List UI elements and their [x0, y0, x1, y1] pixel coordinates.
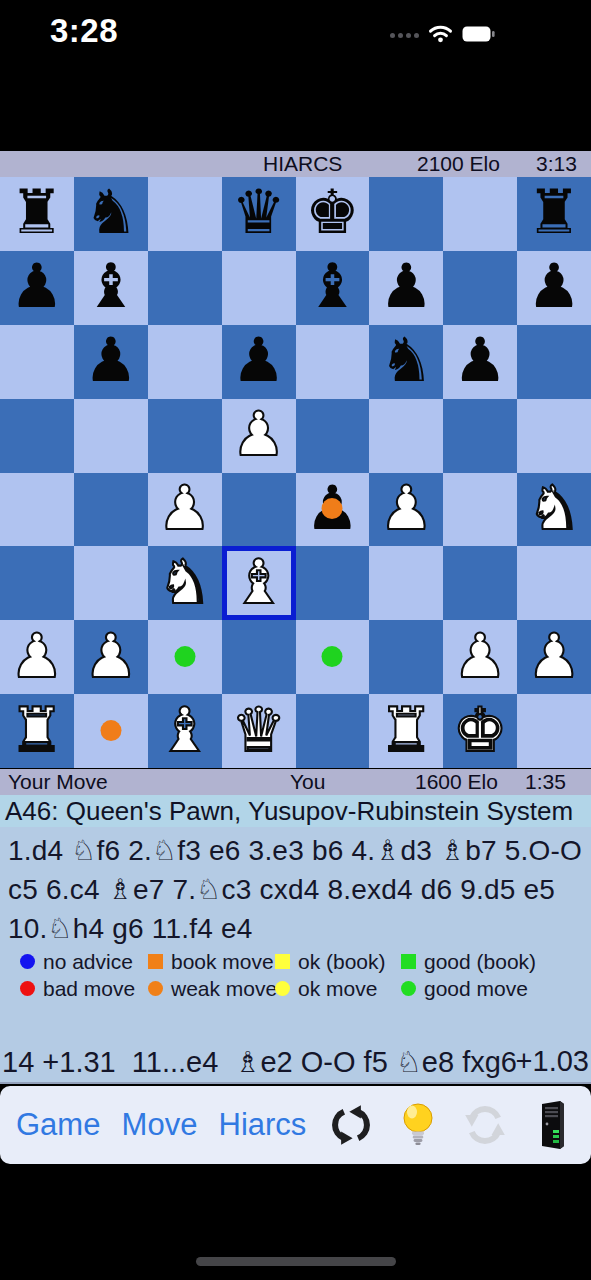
analysis-pv: 14 +1.31 11...e4 ♗e2 O-O f5 ♘e8 fxg6 hxg… — [2, 1045, 516, 1079]
battery-icon — [462, 26, 495, 46]
white-pawn: ♟ — [157, 477, 212, 538]
square-h8[interactable]: ♜ — [517, 177, 591, 251]
square-b6[interactable]: ♟ — [74, 325, 148, 399]
legend-item-ok-move: ok move — [275, 975, 401, 1002]
square-e3[interactable] — [296, 546, 370, 620]
square-g5[interactable] — [443, 399, 517, 473]
square-a4[interactable] — [0, 473, 74, 547]
square-g8[interactable] — [443, 177, 517, 251]
legend-square-marker — [401, 954, 416, 969]
chess-board: ♜♞♛♚♜♟♝♝♟♟♟♟♞♟♟♟♟♟♞♞♝♟♟♟♟♜♝♛♜♚ — [0, 177, 591, 768]
white-pawn: ♟ — [83, 625, 138, 686]
legend-label: bad move — [43, 977, 135, 1001]
square-d7[interactable] — [222, 251, 296, 325]
legend-circle-marker — [20, 981, 35, 996]
legend-circle-marker — [275, 981, 290, 996]
black-pawn: ♟ — [379, 255, 434, 316]
opponent-name: HIARCS — [263, 152, 342, 176]
legend-square-marker — [275, 954, 290, 969]
square-b2[interactable]: ♟ — [74, 620, 148, 694]
square-f6[interactable]: ♞ — [369, 325, 443, 399]
legend-label: weak move — [171, 977, 277, 1001]
turn-status: Your Move — [8, 770, 108, 794]
black-queen: ♛ — [231, 181, 286, 242]
square-a6[interactable] — [0, 325, 74, 399]
redo-disabled-icon[interactable] — [462, 1102, 508, 1148]
black-rook: ♜ — [527, 181, 582, 242]
white-knight: ♞ — [157, 551, 212, 612]
square-g7[interactable] — [443, 251, 517, 325]
advice-dot-weak-move — [322, 499, 343, 520]
legend-label: ok move — [298, 977, 377, 1001]
square-d1[interactable]: ♛ — [222, 694, 296, 768]
square-g3[interactable] — [443, 546, 517, 620]
square-b5[interactable] — [74, 399, 148, 473]
square-g1[interactable]: ♚ — [443, 694, 517, 768]
clock-time: 3:28 — [50, 12, 118, 50]
white-bishop: ♝ — [157, 699, 212, 760]
black-knight: ♞ — [379, 329, 434, 390]
square-e1[interactable] — [296, 694, 370, 768]
square-a5[interactable] — [0, 399, 74, 473]
black-pawn: ♟ — [453, 329, 508, 390]
game-menu-button[interactable]: Game — [16, 1107, 100, 1143]
legend-label: book move — [171, 950, 274, 974]
white-pawn: ♟ — [527, 625, 582, 686]
legend-label: ok (book) — [298, 950, 386, 974]
home-indicator[interactable] — [196, 1257, 396, 1266]
bottom-toolbar: Game Move Hiarcs — [0, 1086, 591, 1164]
player-rating: 1600 Elo — [415, 770, 498, 794]
legend-square-marker — [148, 954, 163, 969]
square-e7[interactable]: ♝ — [296, 251, 370, 325]
black-king: ♚ — [305, 181, 360, 242]
legend-circle-marker — [148, 981, 163, 996]
square-e4[interactable]: ♟ — [296, 473, 370, 547]
square-b1[interactable] — [74, 694, 148, 768]
square-b4[interactable] — [74, 473, 148, 547]
square-h7[interactable]: ♟ — [517, 251, 591, 325]
legend-label: good (book) — [424, 950, 536, 974]
ios-status-bar: 3:28 — [0, 0, 591, 54]
opponent-clock: 3:13 — [536, 152, 577, 176]
square-c8[interactable] — [148, 177, 222, 251]
black-knight: ♞ — [83, 181, 138, 242]
opening-name: A46: Queen's Pawn, Yusupov-Rubinstein Sy… — [0, 795, 591, 827]
white-pawn: ♟ — [10, 625, 65, 686]
square-e6[interactable] — [296, 325, 370, 399]
move-menu-button[interactable]: Move — [122, 1107, 198, 1143]
notation-panel: 1.d4 ♘f6 2.♘f3 e6 3.e3 b6 4.♗d3 ♗b7 5.O-… — [0, 827, 591, 1084]
white-rook: ♜ — [10, 699, 65, 760]
square-g4[interactable] — [443, 473, 517, 547]
square-f8[interactable] — [369, 177, 443, 251]
square-d4[interactable] — [222, 473, 296, 547]
white-bishop: ♝ — [231, 551, 286, 612]
square-e5[interactable] — [296, 399, 370, 473]
white-queen: ♛ — [231, 699, 286, 760]
advice-legend: no advicebook moveok (book)good (book)ba… — [20, 948, 536, 1002]
square-f7[interactable]: ♟ — [369, 251, 443, 325]
square-h5[interactable] — [517, 399, 591, 473]
square-d8[interactable]: ♛ — [222, 177, 296, 251]
square-d3[interactable]: ♝ — [222, 546, 296, 620]
square-c6[interactable] — [148, 325, 222, 399]
square-c7[interactable] — [148, 251, 222, 325]
square-f5[interactable] — [369, 399, 443, 473]
square-c5[interactable] — [148, 399, 222, 473]
square-f2[interactable] — [369, 620, 443, 694]
square-d2[interactable] — [222, 620, 296, 694]
legend-item-weak-move: weak move — [148, 975, 275, 1002]
square-c1[interactable]: ♝ — [148, 694, 222, 768]
hint-lightbulb-icon[interactable] — [395, 1102, 441, 1148]
player-clock: 1:35 — [525, 770, 566, 794]
white-pawn: ♟ — [231, 403, 286, 464]
legend-item-bad-move: bad move — [20, 975, 148, 1002]
square-b8[interactable]: ♞ — [74, 177, 148, 251]
square-h6[interactable] — [517, 325, 591, 399]
square-f1[interactable]: ♜ — [369, 694, 443, 768]
white-pawn: ♟ — [379, 477, 434, 538]
square-h1[interactable] — [517, 694, 591, 768]
legend-item-no-advice: no advice — [20, 948, 148, 975]
square-c4[interactable]: ♟ — [148, 473, 222, 547]
black-pawn: ♟ — [231, 329, 286, 390]
square-c3[interactable]: ♞ — [148, 546, 222, 620]
square-b3[interactable] — [74, 546, 148, 620]
black-pawn: ♟ — [83, 329, 138, 390]
square-d5[interactable]: ♟ — [222, 399, 296, 473]
black-pawn: ♟ — [10, 255, 65, 316]
white-king: ♚ — [453, 699, 508, 760]
legend-item-ok-book-: ok (book) — [275, 948, 401, 975]
square-d6[interactable]: ♟ — [222, 325, 296, 399]
phone-screen: 3:28 HIARCS 2100 Elo 3:13 ♜♞♛♚♜♟♝ — [0, 0, 591, 1280]
square-g2[interactable]: ♟ — [443, 620, 517, 694]
legend-label: no advice — [43, 950, 133, 974]
cellular-signal-icon — [390, 33, 419, 38]
advice-dot-weak-move — [100, 720, 121, 741]
engine-computer-icon[interactable] — [529, 1102, 575, 1148]
player-name: You — [290, 770, 325, 794]
legend-item-good-move: good move — [401, 975, 536, 1002]
square-b7[interactable]: ♝ — [74, 251, 148, 325]
square-f3[interactable] — [369, 546, 443, 620]
legend-item-good-book-: good (book) — [401, 948, 536, 975]
hiarcs-menu-button[interactable]: Hiarcs — [219, 1107, 307, 1143]
refresh-icon[interactable] — [328, 1102, 374, 1148]
advice-dot-good-move — [322, 646, 343, 667]
black-pawn: ♟ — [527, 255, 582, 316]
square-f4[interactable]: ♟ — [369, 473, 443, 547]
opponent-rating: 2100 Elo — [417, 152, 500, 176]
legend-item-book-move: book move — [148, 948, 275, 975]
square-h4[interactable]: ♞ — [517, 473, 591, 547]
move-list: 1.d4 ♘f6 2.♘f3 e6 3.e3 b6 4.♗d3 ♗b7 5.O-… — [8, 831, 583, 948]
square-a2[interactable]: ♟ — [0, 620, 74, 694]
black-rook: ♜ — [10, 181, 65, 242]
square-h3[interactable] — [517, 546, 591, 620]
engine-analysis-line: 14 +1.31 11...e4 ♗e2 O-O f5 ♘e8 fxg6 hxg… — [0, 1041, 591, 1082]
advice-dot-good-move — [174, 646, 195, 667]
square-e8[interactable]: ♚ — [296, 177, 370, 251]
square-g6[interactable]: ♟ — [443, 325, 517, 399]
black-bishop: ♝ — [305, 255, 360, 316]
black-bishop: ♝ — [83, 255, 138, 316]
square-a8[interactable]: ♜ — [0, 177, 74, 251]
player-info-bar: Your Move You 1600 Elo 1:35 — [0, 769, 591, 795]
square-a1[interactable]: ♜ — [0, 694, 74, 768]
white-rook: ♜ — [379, 699, 434, 760]
legend-circle-marker — [401, 981, 416, 996]
white-knight: ♞ — [527, 477, 582, 538]
analysis-eval: +1.03 — [516, 1045, 589, 1078]
white-pawn: ♟ — [453, 625, 508, 686]
legend-circle-marker — [20, 954, 35, 969]
legend-label: good move — [424, 977, 528, 1001]
square-e2[interactable] — [296, 620, 370, 694]
wifi-icon — [428, 24, 453, 47]
opponent-info-bar: HIARCS 2100 Elo 3:13 — [0, 151, 591, 177]
square-h2[interactable]: ♟ — [517, 620, 591, 694]
square-c2[interactable] — [148, 620, 222, 694]
square-a3[interactable] — [0, 546, 74, 620]
square-a7[interactable]: ♟ — [0, 251, 74, 325]
